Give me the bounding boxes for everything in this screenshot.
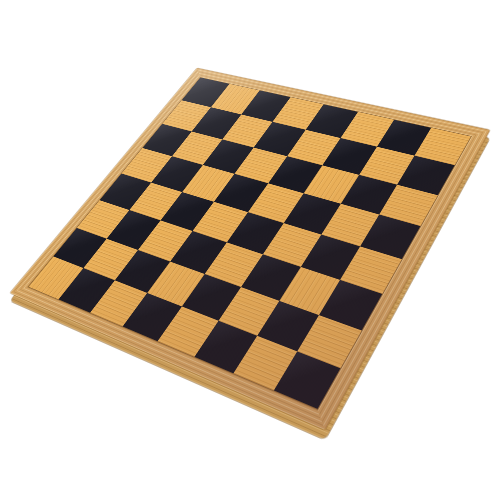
chessboard	[10, 68, 490, 430]
playing-field	[27, 77, 471, 410]
chessboard-scene	[0, 0, 500, 500]
